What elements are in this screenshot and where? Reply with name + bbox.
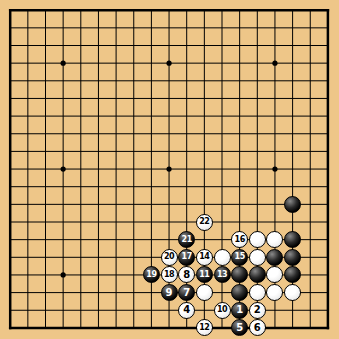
stone-white-move-22: 22: [196, 214, 213, 231]
stone-black-plain: [284, 196, 301, 213]
move-number: 10: [217, 306, 227, 314]
move-number: 9: [166, 287, 173, 297]
stone-black-move-15: 15: [231, 249, 248, 266]
move-number: 8: [183, 269, 190, 279]
stone-white-move-18: 18: [161, 266, 178, 283]
stone-white-plain: [249, 284, 266, 301]
stone-white-move-20: 20: [161, 249, 178, 266]
stone-white-plain: [196, 284, 213, 301]
move-number: 22: [199, 218, 209, 226]
move-number: 17: [182, 253, 192, 261]
move-number: 15: [235, 253, 245, 261]
stone-white-plain: [249, 231, 266, 248]
stone-black-plain: [284, 249, 301, 266]
star-point: [166, 61, 171, 66]
move-number: 21: [182, 235, 192, 243]
move-number: 11: [199, 270, 209, 278]
move-number: 4: [183, 305, 190, 315]
go-board[interactable]: 2221162017141519188111397410121256: [0, 0, 339, 339]
stone-black-move-13: 13: [214, 266, 231, 283]
stone-white-move-14: 14: [196, 249, 213, 266]
star-point: [61, 166, 66, 171]
move-number: 18: [164, 270, 174, 278]
move-number: 20: [164, 253, 174, 261]
move-number: 14: [199, 253, 209, 261]
move-number: 19: [146, 270, 156, 278]
move-number: 12: [199, 323, 209, 331]
stone-white-move-10: 10: [214, 302, 231, 319]
stone-white-plain: [249, 249, 266, 266]
star-point: [61, 61, 66, 66]
stone-black-move-17: 17: [178, 249, 195, 266]
move-number: 1: [236, 305, 243, 315]
star-point: [166, 166, 171, 171]
star-point: [61, 272, 66, 277]
star-point: [272, 166, 277, 171]
move-number: 13: [217, 270, 227, 278]
star-point: [272, 61, 277, 66]
move-number: 6: [254, 322, 261, 332]
move-number: 2: [254, 305, 261, 315]
stone-black-move-1: 1: [231, 302, 248, 319]
move-number: 16: [235, 235, 245, 243]
stone-white-move-2: 2: [249, 302, 266, 319]
move-number: 7: [183, 287, 190, 297]
stone-white-plain: [214, 249, 231, 266]
move-number: 5: [236, 322, 243, 332]
stone-white-move-4: 4: [178, 302, 195, 319]
stone-black-move-9: 9: [161, 284, 178, 301]
